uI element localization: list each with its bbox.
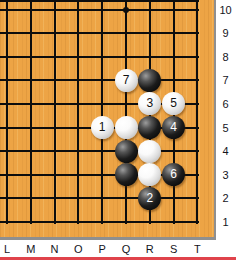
stone-black-R2: 2 xyxy=(138,187,161,210)
column-label: L xyxy=(0,243,17,256)
row-label: 1 xyxy=(216,215,235,229)
row-label: 5 xyxy=(216,121,235,135)
row-label: 7 xyxy=(216,73,235,87)
stone-white-R4 xyxy=(138,140,161,163)
stone-black-Q4 xyxy=(115,140,138,163)
row-label: 6 xyxy=(216,97,235,111)
row-label: 10 xyxy=(216,3,235,17)
board-grid-line xyxy=(196,0,198,224)
stone-black-S5: 4 xyxy=(162,116,185,139)
column-label: N xyxy=(45,243,65,256)
board-border-bottom xyxy=(0,237,216,240)
column-label: M xyxy=(21,243,41,256)
row-label: 2 xyxy=(216,191,235,205)
row-label: 8 xyxy=(216,50,235,64)
board-grid-line xyxy=(54,0,56,224)
go-app-window: 10987654321LMNOPQRST 7351462 xyxy=(0,0,236,260)
column-label: Q xyxy=(116,243,136,256)
board-grid-line xyxy=(125,0,127,224)
row-label: 3 xyxy=(216,168,235,182)
row-label: 9 xyxy=(216,26,235,40)
board-grid-line xyxy=(6,0,8,224)
column-label: P xyxy=(92,243,112,256)
board-grid-line xyxy=(101,0,103,224)
stone-white-P5: 1 xyxy=(91,116,114,139)
stone-black-R7 xyxy=(138,69,161,92)
stone-black-Q3 xyxy=(115,163,138,186)
column-label: T xyxy=(187,243,207,256)
column-label: S xyxy=(164,243,184,256)
star-point xyxy=(123,7,129,13)
board-grid-line xyxy=(30,0,32,224)
row-label: 4 xyxy=(216,144,235,158)
column-label: O xyxy=(68,243,88,256)
board-grid-line xyxy=(77,0,79,224)
stone-white-Q7: 7 xyxy=(115,69,138,92)
column-label: R xyxy=(140,243,160,256)
stone-white-Q5 xyxy=(115,116,138,139)
